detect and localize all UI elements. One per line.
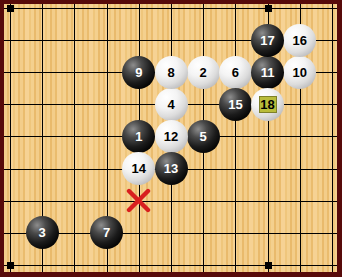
stone-black-7: 7: [90, 216, 123, 249]
stone-black-5: 5: [187, 120, 220, 153]
board-frame: 123456789101112131415161718: [0, 0, 342, 277]
go-board[interactable]: 123456789101112131415161718: [4, 4, 337, 272]
star-point: [265, 262, 272, 269]
stone-white-6: 6: [219, 56, 252, 89]
stone-white-10: 10: [283, 56, 316, 89]
stone-black-9: 9: [122, 56, 155, 89]
grid-hline: [4, 201, 337, 202]
stone-black-17: 17: [251, 24, 284, 57]
stone-black-11: 11: [251, 56, 284, 89]
stone-white-12: 12: [155, 120, 188, 153]
stone-white-4: 4: [155, 88, 188, 121]
stone-white-2: 2: [187, 56, 220, 89]
stone-white-18: 18: [251, 88, 284, 121]
red-x-marker: [126, 188, 151, 213]
last-move-number-badge: 18: [259, 96, 277, 113]
stone-white-16: 16: [283, 24, 316, 57]
stone-white-8: 8: [155, 56, 188, 89]
star-point: [265, 5, 272, 12]
star-point: [7, 262, 14, 269]
grid-hline: [4, 265, 337, 266]
stone-black-3: 3: [26, 216, 59, 249]
stone-black-15: 15: [219, 88, 252, 121]
star-point: [7, 5, 14, 12]
grid-hline: [4, 8, 337, 9]
stone-black-13: 13: [155, 152, 188, 185]
stone-white-14: 14: [122, 152, 155, 185]
stone-black-1: 1: [122, 120, 155, 153]
